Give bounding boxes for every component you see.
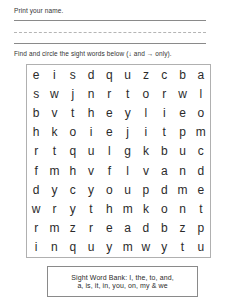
grid-cell[interactable]: y [64, 199, 82, 218]
grid-cell[interactable]: d [192, 161, 210, 180]
grid-cell[interactable]: m [173, 180, 191, 199]
grid-cell[interactable]: h [82, 103, 100, 122]
grid-cell[interactable]: e [192, 180, 210, 199]
grid-cell[interactable]: e [100, 219, 118, 238]
grid-cell[interactable]: p [192, 219, 210, 238]
grid-cell[interactable]: z [137, 65, 155, 84]
grid-cell[interactable]: e [100, 123, 118, 142]
worksheet-page: Print your name. Find and circle the sig… [0, 0, 229, 300]
writing-line-dashed-middle [14, 32, 206, 33]
grid-cell[interactable]: j [118, 123, 136, 142]
grid-cell[interactable]: c [155, 65, 173, 84]
grid-cell[interactable]: d [82, 65, 100, 84]
grid-cell[interactable]: r [45, 199, 63, 218]
word-bank-line-1: Sight Word Bank: I, the, to, and, [71, 274, 173, 281]
grid-cell[interactable]: d [155, 180, 173, 199]
grid-cell[interactable]: u [173, 142, 191, 161]
grid-cell[interactable]: n [45, 238, 63, 257]
grid-cell[interactable]: m [45, 161, 63, 180]
grid-cell[interactable]: e [100, 103, 118, 122]
grid-cell[interactable]: l [118, 161, 136, 180]
grid-cell[interactable]: r [82, 219, 100, 238]
grid-cell[interactable]: i [27, 238, 45, 257]
grid-cell[interactable]: u [118, 65, 136, 84]
grid-cell[interactable]: b [27, 103, 45, 122]
grid-cell[interactable]: l [192, 84, 210, 103]
grid-cell[interactable]: h [100, 199, 118, 218]
grid-cell[interactable]: y [155, 238, 173, 257]
grid-cell[interactable]: f [100, 161, 118, 180]
word-search-grid: eisdquzcbaswjnrtorwlbvtheylieohkoiejitpm… [26, 64, 211, 258]
grid-cell[interactable]: r [27, 142, 45, 161]
grid-cell[interactable]: w [27, 199, 45, 218]
grid-cell[interactable]: m [192, 123, 210, 142]
grid-cell[interactable]: o [155, 199, 173, 218]
grid-cell[interactable]: r [27, 219, 45, 238]
grid-cell[interactable]: h [27, 123, 45, 142]
grid-cell[interactable]: b [155, 219, 173, 238]
grid-cell[interactable]: q [64, 238, 82, 257]
grid-cell[interactable]: l [137, 103, 155, 122]
grid-cell[interactable]: w [45, 84, 63, 103]
grid-cell[interactable]: o [137, 84, 155, 103]
grid-cell[interactable]: m [118, 238, 136, 257]
grid-cell[interactable]: t [173, 238, 191, 257]
grid-cell[interactable]: z [173, 219, 191, 238]
grid-cell[interactable]: t [155, 123, 173, 142]
grid-cell[interactable]: t [118, 84, 136, 103]
grid-cell[interactable]: t [64, 103, 82, 122]
grid-cell[interactable]: m [118, 199, 136, 218]
grid-cell[interactable]: g [118, 142, 136, 161]
grid-cell[interactable]: k [137, 199, 155, 218]
grid-cell[interactable]: h [64, 161, 82, 180]
grid-cell[interactable]: u [82, 142, 100, 161]
grid-cell[interactable]: o [100, 180, 118, 199]
grid-cell[interactable]: k [45, 123, 63, 142]
grid-cell[interactable]: i [137, 123, 155, 142]
grid-cell[interactable]: q [64, 142, 82, 161]
grid-cell[interactable]: b [155, 142, 173, 161]
grid-cell[interactable]: z [64, 219, 82, 238]
grid-cell[interactable]: c [64, 180, 82, 199]
grid-cell[interactable]: d [137, 219, 155, 238]
grid-cell[interactable]: j [64, 84, 82, 103]
grid-cell[interactable]: s [64, 65, 82, 84]
grid-cell[interactable]: r [100, 84, 118, 103]
grid-cell[interactable]: v [137, 161, 155, 180]
grid-cell[interactable]: a [192, 65, 210, 84]
grid-cell[interactable]: q [100, 65, 118, 84]
grid-cell[interactable]: d [27, 180, 45, 199]
grid-cell[interactable]: r [155, 84, 173, 103]
grid-cell[interactable]: p [137, 180, 155, 199]
grid-cell[interactable]: y [118, 103, 136, 122]
grid-cell[interactable]: p [173, 123, 191, 142]
grid-cell[interactable]: o [64, 123, 82, 142]
grid-cell[interactable]: w [137, 238, 155, 257]
grid-cell[interactable]: t [45, 142, 63, 161]
grid-cell[interactable]: l [100, 142, 118, 161]
grid-cell[interactable]: t [82, 199, 100, 218]
grid-cell[interactable]: s [27, 84, 45, 103]
grid-cell[interactable]: f [27, 161, 45, 180]
grid-cell[interactable]: v [45, 103, 63, 122]
name-prompt-label: Print your name. [14, 7, 63, 14]
grid-cell[interactable]: k [137, 142, 155, 161]
word-bank-box: Sight Word Bank: I, the, to, and, a, is,… [47, 266, 198, 297]
word-bank-line-2: a, is, it, in, you, on, my & we [77, 282, 167, 289]
grid-cell[interactable]: w [173, 84, 191, 103]
grid-cell[interactable]: t [192, 199, 210, 218]
grid-cell[interactable]: m [45, 219, 63, 238]
grid-cell[interactable]: i [45, 65, 63, 84]
grid-cell[interactable]: a [155, 161, 173, 180]
grid-cell[interactable]: u [118, 180, 136, 199]
grid-cell[interactable]: e [173, 103, 191, 122]
grid-cell[interactable]: u [192, 238, 210, 257]
instruction-text: Find and circle the sight words below (↓… [14, 50, 172, 57]
grid-cell[interactable]: u [82, 238, 100, 257]
writing-line-bottom [14, 43, 206, 44]
grid-cell[interactable]: y [82, 180, 100, 199]
grid-cell[interactable]: i [155, 103, 173, 122]
grid-cell[interactable]: v [82, 161, 100, 180]
grid-cell[interactable]: b [173, 65, 191, 84]
grid-cell[interactable]: a [118, 219, 136, 238]
grid-cell[interactable]: o [192, 103, 210, 122]
writing-line-top [14, 20, 206, 21]
grid-cell[interactable]: y [45, 180, 63, 199]
grid-cell[interactable]: n [173, 199, 191, 218]
grid-cell[interactable]: i [82, 123, 100, 142]
grid-cell[interactable]: y [100, 238, 118, 257]
grid-cell[interactable]: c [192, 142, 210, 161]
grid-cell[interactable]: n [82, 84, 100, 103]
grid-cell[interactable]: e [27, 65, 45, 84]
grid-cell[interactable]: n [173, 161, 191, 180]
